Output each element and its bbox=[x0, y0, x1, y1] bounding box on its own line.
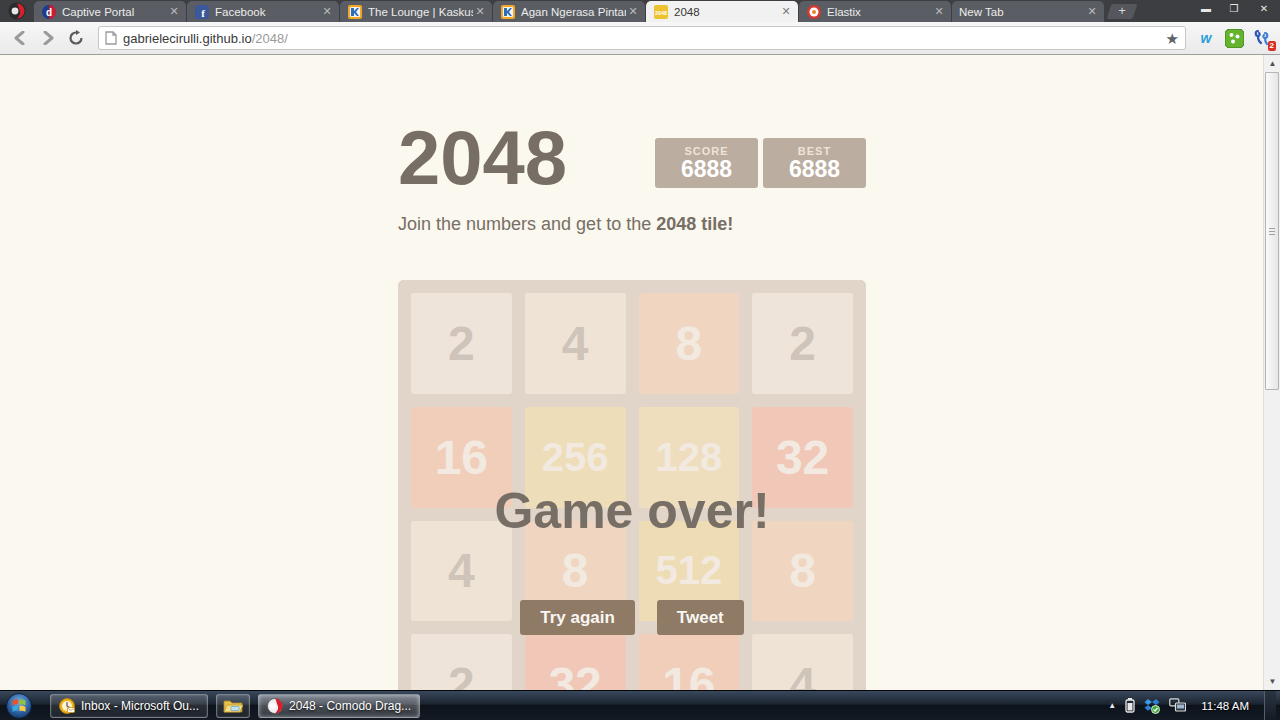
minimize-button[interactable]: ▬ bbox=[1192, 0, 1220, 16]
share-extension-icon[interactable] bbox=[1224, 28, 1244, 48]
game-board: 24821625612832485128232164 Game over! Tr… bbox=[398, 280, 866, 690]
screen: d Captive Portal ✕ f Facebook ✕ The Loun… bbox=[0, 0, 1280, 720]
tab-close-icon[interactable]: ✕ bbox=[320, 5, 334, 18]
browser-toolbar: gabrielecirulli.github.io/2048/ ★ w 2 bbox=[0, 22, 1280, 55]
try-again-button[interactable]: Try again bbox=[520, 600, 635, 635]
plus-icon: + bbox=[1118, 4, 1126, 18]
bookmark-star-icon[interactable]: ★ bbox=[1166, 31, 1179, 46]
best-box: BEST 6888 bbox=[763, 138, 866, 188]
tab-kaskus-thread[interactable]: Agan Ngerasa Pintar?? ✕ bbox=[493, 1, 645, 22]
taskbar-button-outlook[interactable]: Inbox - Microsoft Ou... bbox=[50, 694, 208, 718]
game-over-message: Game over! bbox=[398, 482, 866, 540]
kaskus-icon bbox=[347, 4, 362, 19]
tab-label: The Lounge | Kaskus - T bbox=[368, 6, 473, 18]
tab-bar: d Captive Portal ✕ f Facebook ✕ The Loun… bbox=[0, 0, 1280, 22]
score-box: SCORE 6888 bbox=[655, 138, 758, 188]
tab-close-icon[interactable]: ✕ bbox=[167, 5, 181, 18]
svg-text:2048: 2048 bbox=[654, 9, 666, 15]
tab-kaskus-lounge[interactable]: The Lounge | Kaskus - T ✕ bbox=[340, 1, 492, 22]
tab-2048-active[interactable]: 2048 2048 ✕ bbox=[646, 1, 798, 22]
page-favicon-icon bbox=[105, 31, 117, 45]
battery-icon[interactable] bbox=[1125, 698, 1135, 713]
tab-new-tab[interactable]: New Tab ✕ bbox=[952, 1, 1104, 22]
game-page: 2048 SCORE 6888 BEST 6888 Join the numbe… bbox=[398, 55, 866, 690]
address-bar[interactable]: gabrielecirulli.github.io/2048/ ★ bbox=[98, 26, 1186, 50]
forward-button[interactable] bbox=[36, 26, 60, 50]
subtitle: Join the numbers and get to the 2048 til… bbox=[398, 214, 866, 235]
outlook-icon bbox=[59, 698, 75, 714]
score-value: 6888 bbox=[655, 157, 758, 181]
tab-elastix[interactable]: Elastix ✕ bbox=[799, 1, 951, 22]
taskbar-button-label: 2048 - Comodo Drag... bbox=[289, 699, 411, 713]
svg-text:w: w bbox=[1201, 31, 1213, 45]
heading-row: 2048 SCORE 6888 BEST 6888 bbox=[398, 118, 866, 198]
subtitle-goal: 2048 tile! bbox=[656, 214, 733, 234]
scores-container: SCORE 6888 BEST 6888 bbox=[655, 138, 866, 198]
tab-close-icon[interactable]: ✕ bbox=[626, 5, 640, 18]
tab-close-icon[interactable]: ✕ bbox=[932, 5, 946, 18]
tab-captive-portal[interactable]: d Captive Portal ✕ bbox=[34, 1, 186, 22]
scrollbar-thumb[interactable] bbox=[1265, 72, 1279, 390]
restore-button[interactable]: ❐ bbox=[1220, 0, 1248, 16]
comodo-dragon-icon bbox=[267, 698, 283, 714]
svg-text:f: f bbox=[201, 7, 205, 19]
vertical-scrollbar[interactable]: ▲ ▼ bbox=[1263, 55, 1280, 690]
tab-facebook[interactable]: f Facebook ✕ bbox=[187, 1, 339, 22]
page-title: 2048 bbox=[398, 118, 567, 198]
url-path: /2048/ bbox=[252, 31, 288, 46]
tab-label: Captive Portal bbox=[62, 6, 167, 18]
url-text[interactable]: gabrielecirulli.github.io/2048/ bbox=[123, 31, 1166, 46]
close-button[interactable]: ✕ bbox=[1248, 0, 1280, 16]
facebook-icon: f bbox=[194, 4, 209, 19]
taskbar-button-comodo[interactable]: 2048 - Comodo Drag... bbox=[258, 694, 420, 718]
tray-expand-icon[interactable]: ▲ bbox=[1108, 701, 1116, 710]
reload-button[interactable] bbox=[64, 26, 88, 50]
network-icon[interactable] bbox=[1169, 698, 1186, 713]
url-host: gabrielecirulli.github.io bbox=[123, 31, 252, 46]
notifier-extension-icon[interactable]: 2 bbox=[1252, 28, 1272, 48]
taskbar-button-label: Inbox - Microsoft Ou... bbox=[81, 699, 199, 713]
tab-label: Facebook bbox=[215, 6, 320, 18]
show-desktop-button[interactable] bbox=[1264, 691, 1276, 720]
dropbox-icon[interactable] bbox=[1144, 698, 1160, 714]
taskbar-button-explorer[interactable] bbox=[216, 694, 250, 718]
tab-label: Elastix bbox=[827, 6, 932, 18]
taskbar-clock[interactable]: 11:48 AM bbox=[1195, 700, 1255, 712]
start-button[interactable] bbox=[2, 692, 36, 720]
2048-icon: 2048 bbox=[653, 4, 668, 19]
page-viewport: 2048 SCORE 6888 BEST 6888 Join the numbe… bbox=[0, 55, 1280, 690]
svg-text:d: d bbox=[45, 6, 51, 17]
tab-close-icon[interactable]: ✕ bbox=[779, 5, 793, 18]
tab-label: Agan Ngerasa Pintar?? bbox=[521, 6, 626, 18]
detik-icon: d bbox=[41, 4, 56, 19]
window-controls: ▬ ❐ ✕ bbox=[1192, 0, 1280, 16]
extension-icons: w 2 bbox=[1196, 28, 1272, 48]
folder-icon bbox=[223, 698, 243, 714]
taskbar: Inbox - Microsoft Ou... 2048 - Comodo Dr… bbox=[0, 690, 1280, 720]
overlay-buttons: Try again Tweet bbox=[398, 600, 866, 635]
tab-close-icon[interactable]: ✕ bbox=[473, 5, 487, 18]
scroll-down-icon[interactable]: ▼ bbox=[1264, 673, 1280, 690]
back-button[interactable] bbox=[8, 26, 32, 50]
browser-window: d Captive Portal ✕ f Facebook ✕ The Loun… bbox=[0, 0, 1280, 690]
comodo-dragon-logo-icon[interactable] bbox=[0, 1, 34, 21]
tab-label: 2048 bbox=[674, 6, 779, 18]
web-wave-extension-icon[interactable]: w bbox=[1196, 28, 1216, 48]
tweet-button[interactable]: Tweet bbox=[657, 600, 744, 635]
system-tray: ▲ 11:48 AM bbox=[1108, 691, 1280, 720]
elastix-icon bbox=[806, 4, 821, 19]
scrollbar-grip bbox=[1269, 231, 1275, 232]
kaskus-icon bbox=[500, 4, 515, 19]
extension-badge: 2 bbox=[1268, 41, 1276, 51]
tab-label: New Tab bbox=[959, 6, 1085, 18]
best-value: 6888 bbox=[763, 157, 866, 181]
game-over-overlay: Game over! Try again Tweet bbox=[398, 280, 866, 690]
scroll-up-icon[interactable]: ▲ bbox=[1264, 55, 1280, 72]
new-tab-button[interactable]: + bbox=[1107, 4, 1138, 19]
tab-close-icon[interactable]: ✕ bbox=[1085, 5, 1099, 18]
